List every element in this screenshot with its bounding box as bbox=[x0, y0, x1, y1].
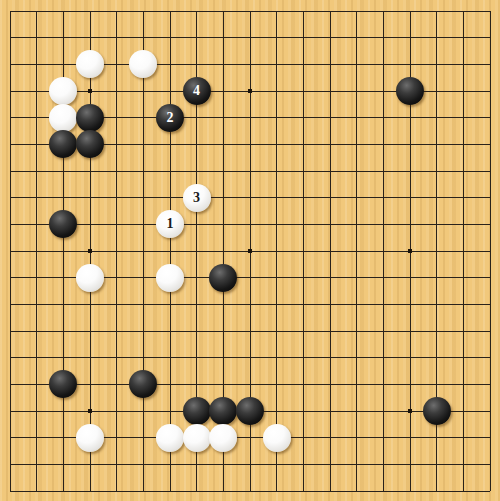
stone-black-R4[interactable] bbox=[423, 397, 451, 425]
stone-white-G9[interactable] bbox=[156, 264, 184, 292]
stone-white-D3[interactable] bbox=[76, 424, 104, 452]
stone-white-H3[interactable] bbox=[183, 424, 211, 452]
stone-black-C5[interactable] bbox=[49, 370, 77, 398]
move-number: 3 bbox=[193, 191, 200, 205]
stone-black-K4[interactable] bbox=[236, 397, 264, 425]
stone-black-C14[interactable] bbox=[49, 130, 77, 158]
stone-white-J3[interactable] bbox=[209, 424, 237, 452]
stone-white-D17[interactable] bbox=[76, 50, 104, 78]
stone-black-F5[interactable] bbox=[129, 370, 157, 398]
stone-black-J4[interactable] bbox=[209, 397, 237, 425]
stone-black-D15[interactable] bbox=[76, 104, 104, 132]
stone-black-H16[interactable]: 4 bbox=[183, 77, 211, 105]
stone-white-G3[interactable] bbox=[156, 424, 184, 452]
stone-white-C16[interactable] bbox=[49, 77, 77, 105]
stones-layer: 4231 bbox=[0, 0, 500, 501]
stone-white-F17[interactable] bbox=[129, 50, 157, 78]
stone-black-D14[interactable] bbox=[76, 130, 104, 158]
stone-white-H12[interactable]: 3 bbox=[183, 184, 211, 212]
stone-black-H4[interactable] bbox=[183, 397, 211, 425]
stone-black-C11[interactable] bbox=[49, 210, 77, 238]
stone-white-G11[interactable]: 1 bbox=[156, 210, 184, 238]
stone-black-J9[interactable] bbox=[209, 264, 237, 292]
stone-white-L3[interactable] bbox=[263, 424, 291, 452]
move-number: 2 bbox=[166, 111, 173, 125]
move-number: 4 bbox=[193, 84, 200, 98]
move-number: 1 bbox=[166, 217, 173, 231]
stone-white-D9[interactable] bbox=[76, 264, 104, 292]
go-board[interactable]: 4231 bbox=[0, 0, 500, 501]
stone-black-G15[interactable]: 2 bbox=[156, 104, 184, 132]
stone-white-C15[interactable] bbox=[49, 104, 77, 132]
stone-black-Q16[interactable] bbox=[396, 77, 424, 105]
